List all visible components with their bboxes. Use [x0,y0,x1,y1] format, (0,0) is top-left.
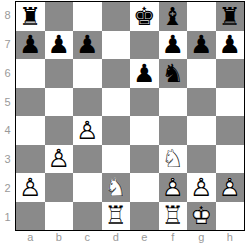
file-label-e: e [130,231,159,248]
piece-outline: ♙ [162,173,184,202]
square-f3[interactable]: ♞♘ [159,145,188,174]
square-a7[interactable]: ♟ [16,31,45,60]
piece-white-knight: ♞♘ [105,175,127,200]
square-b1[interactable] [45,202,74,231]
square-e7[interactable] [130,31,159,60]
piece-white-pawn: ♟♙ [162,175,184,200]
square-a1[interactable] [16,202,45,231]
square-g6[interactable] [187,59,216,88]
piece-black-pawn: ♟ [162,32,184,57]
square-h6[interactable] [216,59,245,88]
piece-black-bishop: ♝ [162,4,184,29]
square-d7[interactable] [102,31,131,60]
square-b6[interactable] [45,59,74,88]
piece-black-rook: ♜ [19,4,41,29]
piece-outline: ♙ [48,145,70,174]
piece-black-rook: ♜ [219,4,241,29]
piece-outline: ♙ [190,173,212,202]
file-label-g: g [187,231,216,248]
square-h7[interactable]: ♟ [216,31,245,60]
square-d5[interactable] [102,88,131,117]
square-g4[interactable] [187,116,216,145]
rank-labels: 87654321 [0,1,15,231]
square-f5[interactable] [159,88,188,117]
piece-outline: ♙ [219,173,241,202]
square-d3[interactable] [102,145,131,174]
piece-outline: ♔ [190,202,212,231]
square-b8[interactable] [45,2,74,31]
chess-board: ♜♚♝♜♟♟♟♟♟♟♟♞♟♙♟♙♞♘♟♙♞♘♟♙♟♙♟♙♜♖♜♖♚♔ [15,1,245,231]
piece-black-pawn: ♟ [219,32,241,57]
piece-white-pawn: ♟♙ [190,175,212,200]
square-e5[interactable] [130,88,159,117]
square-h8[interactable]: ♜ [216,2,245,31]
rank-label-6: 6 [0,59,15,88]
chess-diagram: 87654321 ♜♚♝♜♟♟♟♟♟♟♟♞♟♙♟♙♞♘♟♙♞♘♟♙♟♙♟♙♜♖♜… [0,0,250,250]
file-label-b: b [45,231,74,248]
square-e2[interactable] [130,173,159,202]
square-d6[interactable] [102,59,131,88]
square-a3[interactable] [16,145,45,174]
square-e3[interactable] [130,145,159,174]
square-f4[interactable] [159,116,188,145]
piece-outline: ♙ [19,173,41,202]
square-a8[interactable]: ♜ [16,2,45,31]
square-c8[interactable] [73,2,102,31]
piece-white-pawn: ♟♙ [219,175,241,200]
square-c3[interactable] [73,145,102,174]
file-label-h: h [216,231,245,248]
piece-black-pawn: ♟ [190,32,212,57]
square-a6[interactable] [16,59,45,88]
square-c6[interactable] [73,59,102,88]
piece-white-pawn: ♟♙ [76,118,98,143]
piece-white-pawn: ♟♙ [48,146,70,171]
piece-black-pawn: ♟ [133,61,155,86]
square-a4[interactable] [16,116,45,145]
piece-black-pawn: ♟ [76,32,98,57]
square-g8[interactable] [187,2,216,31]
rank-label-2: 2 [0,174,15,203]
square-b3[interactable]: ♟♙ [45,145,74,174]
square-d8[interactable] [102,2,131,31]
square-c7[interactable]: ♟ [73,31,102,60]
square-b2[interactable] [45,173,74,202]
piece-white-rook: ♜♖ [162,203,184,228]
square-g7[interactable]: ♟ [187,31,216,60]
square-c1[interactable] [73,202,102,231]
square-d1[interactable]: ♜♖ [102,202,131,231]
piece-white-king: ♚♔ [190,203,212,228]
square-e4[interactable] [130,116,159,145]
square-h5[interactable] [216,88,245,117]
square-g1[interactable]: ♚♔ [187,202,216,231]
square-d2[interactable]: ♞♘ [102,173,131,202]
square-a2[interactable]: ♟♙ [16,173,45,202]
square-g3[interactable] [187,145,216,174]
square-f1[interactable]: ♜♖ [159,202,188,231]
rank-label-7: 7 [0,30,15,59]
file-label-d: d [102,231,131,248]
square-b4[interactable] [45,116,74,145]
square-h3[interactable] [216,145,245,174]
square-f6[interactable]: ♞ [159,59,188,88]
piece-black-king: ♚ [133,4,155,29]
square-d4[interactable] [102,116,131,145]
piece-outline: ♖ [162,202,184,231]
square-a5[interactable] [16,88,45,117]
square-f7[interactable]: ♟ [159,31,188,60]
file-labels: abcdefgh [16,231,244,248]
square-c5[interactable] [73,88,102,117]
square-c4[interactable]: ♟♙ [73,116,102,145]
rank-label-4: 4 [0,116,15,145]
piece-outline: ♘ [162,145,184,174]
rank-label-8: 8 [0,1,15,30]
square-f8[interactable]: ♝ [159,2,188,31]
square-h1[interactable] [216,202,245,231]
piece-white-rook: ♜♖ [105,203,127,228]
file-label-f: f [159,231,188,248]
file-label-a: a [16,231,45,248]
file-label-c: c [73,231,102,248]
piece-black-pawn: ♟ [19,32,41,57]
rank-label-5: 5 [0,87,15,116]
square-b7[interactable]: ♟ [45,31,74,60]
piece-outline: ♙ [76,116,98,145]
square-g5[interactable] [187,88,216,117]
piece-white-pawn: ♟♙ [19,175,41,200]
square-h4[interactable] [216,116,245,145]
square-e6[interactable]: ♟ [130,59,159,88]
rank-label-1: 1 [0,202,15,231]
square-e8[interactable]: ♚ [130,2,159,31]
piece-black-pawn: ♟ [48,32,70,57]
square-f2[interactable]: ♟♙ [159,173,188,202]
rank-label-3: 3 [0,145,15,174]
square-g2[interactable]: ♟♙ [187,173,216,202]
square-e1[interactable] [130,202,159,231]
piece-outline: ♖ [105,202,127,231]
square-b5[interactable] [45,88,74,117]
piece-black-knight: ♞ [162,61,184,86]
piece-white-knight: ♞♘ [162,146,184,171]
square-h2[interactable]: ♟♙ [216,173,245,202]
square-c2[interactable] [73,173,102,202]
piece-outline: ♘ [105,173,127,202]
